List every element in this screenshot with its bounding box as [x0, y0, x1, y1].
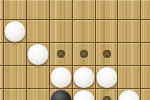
white-stone — [74, 67, 95, 88]
white-stone — [119, 90, 140, 100]
white-stone — [51, 67, 72, 88]
hole-marker[interactable] — [57, 50, 65, 58]
black-stone — [51, 90, 72, 100]
board-cell[interactable] — [49, 0, 72, 19]
board-cell[interactable] — [117, 42, 140, 65]
hole-marker[interactable] — [103, 50, 111, 58]
board-cell[interactable] — [49, 88, 72, 100]
board-cell[interactable] — [49, 65, 72, 88]
board-cell[interactable] — [49, 42, 72, 65]
board-cell[interactable] — [95, 19, 117, 42]
board-cell[interactable] — [72, 42, 95, 65]
hole-marker[interactable] — [80, 50, 88, 58]
board-cell[interactable] — [3, 88, 26, 100]
white-stone — [74, 90, 95, 100]
board-cell[interactable] — [26, 65, 49, 88]
board-cell[interactable] — [117, 0, 140, 19]
white-stone — [96, 67, 117, 88]
white-stone — [5, 21, 26, 42]
board-cell[interactable] — [95, 0, 117, 19]
board-cell[interactable] — [3, 42, 26, 65]
board-cell[interactable] — [26, 42, 49, 65]
board-cell[interactable] — [26, 88, 49, 100]
board-cell[interactable] — [140, 19, 150, 42]
board-cell[interactable] — [117, 88, 140, 100]
board-cell[interactable] — [3, 0, 26, 19]
board-cell[interactable] — [140, 0, 150, 19]
game-board — [0, 0, 150, 100]
white-stone — [28, 44, 49, 65]
board-cell[interactable] — [49, 19, 72, 42]
board-cell[interactable] — [140, 65, 150, 88]
board-cell[interactable] — [117, 19, 140, 42]
board-cell[interactable] — [3, 65, 26, 88]
board-cell[interactable] — [26, 0, 49, 19]
board-cell[interactable] — [95, 65, 117, 88]
board-cell[interactable] — [72, 65, 95, 88]
board-cell[interactable] — [95, 42, 117, 65]
board-cell[interactable] — [3, 19, 26, 42]
board-cell[interactable] — [72, 88, 95, 100]
board-cell[interactable] — [140, 88, 150, 100]
hole-marker[interactable] — [103, 96, 111, 100]
board-cell[interactable] — [26, 19, 49, 42]
board-cell[interactable] — [72, 19, 95, 42]
board-cell[interactable] — [140, 42, 150, 65]
board-cell[interactable] — [95, 88, 117, 100]
board-cell[interactable] — [117, 65, 140, 88]
board-cell[interactable] — [72, 0, 95, 19]
